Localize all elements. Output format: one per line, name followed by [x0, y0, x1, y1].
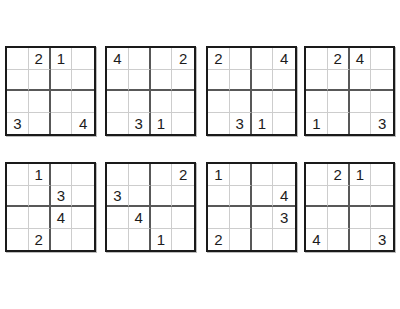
empty-cell[interactable]: [230, 207, 252, 229]
empty-cell[interactable]: [151, 48, 173, 70]
empty-cell[interactable]: [273, 70, 295, 92]
given-digit: 1: [312, 115, 320, 130]
empty-cell[interactable]: [230, 48, 252, 70]
given-digit: 3: [378, 115, 386, 130]
given-cell[interactable]: 1: [208, 164, 230, 186]
empty-cell[interactable]: [151, 164, 173, 186]
empty-cell[interactable]: [29, 186, 51, 208]
empty-cell[interactable]: [230, 164, 252, 186]
empty-cell[interactable]: [350, 113, 372, 135]
empty-cell[interactable]: [129, 229, 151, 251]
sudoku-board-7: 1432: [206, 162, 297, 252]
given-digit: 2: [214, 231, 222, 246]
empty-cell[interactable]: [51, 70, 73, 92]
empty-cell[interactable]: [252, 207, 274, 229]
given-digit: 4: [113, 50, 121, 65]
given-cell[interactable]: 1: [151, 229, 173, 251]
given-digit: 4: [280, 50, 288, 65]
empty-cell[interactable]: [151, 70, 173, 92]
empty-cell[interactable]: [72, 207, 94, 229]
empty-cell[interactable]: [72, 164, 94, 186]
given-digit: 1: [157, 231, 165, 246]
given-cell[interactable]: 2: [29, 48, 51, 70]
given-digit: 4: [57, 209, 65, 224]
empty-cell[interactable]: [306, 48, 328, 70]
empty-cell[interactable]: [51, 164, 73, 186]
given-cell[interactable]: 3: [371, 113, 393, 135]
empty-cell[interactable]: [306, 70, 328, 92]
empty-cell[interactable]: [273, 91, 295, 113]
given-digit: 1: [34, 166, 42, 181]
given-cell[interactable]: 4: [72, 113, 94, 135]
given-cell[interactable]: 3: [129, 113, 151, 135]
given-cell[interactable]: 4: [273, 48, 295, 70]
sudoku-board-4: 2413: [304, 46, 395, 136]
empty-cell[interactable]: [107, 229, 129, 251]
empty-cell[interactable]: [129, 48, 151, 70]
given-digit: 3: [113, 187, 121, 202]
given-digit: 4: [134, 209, 142, 224]
empty-cell[interactable]: [107, 164, 129, 186]
given-cell[interactable]: 4: [350, 48, 372, 70]
empty-cell[interactable]: [328, 113, 350, 135]
given-digit: 2: [34, 50, 42, 65]
empty-cell[interactable]: [129, 91, 151, 113]
empty-cell[interactable]: [350, 91, 372, 113]
empty-cell[interactable]: [252, 70, 274, 92]
empty-cell[interactable]: [306, 91, 328, 113]
given-digit: 1: [157, 115, 165, 130]
sudoku-board-1: 2134: [5, 46, 96, 136]
empty-cell[interactable]: [208, 70, 230, 92]
empty-cell[interactable]: [208, 207, 230, 229]
given-cell[interactable]: 2: [208, 48, 230, 70]
empty-cell[interactable]: [328, 91, 350, 113]
given-digit: 1: [356, 166, 364, 181]
empty-cell[interactable]: [252, 48, 274, 70]
empty-cell[interactable]: [252, 164, 274, 186]
empty-cell[interactable]: [172, 70, 194, 92]
empty-cell[interactable]: [273, 229, 295, 251]
empty-cell[interactable]: [29, 91, 51, 113]
given-digit: 4: [312, 231, 320, 246]
given-digit: 1: [214, 166, 222, 181]
given-cell[interactable]: 1: [29, 164, 51, 186]
empty-cell[interactable]: [7, 164, 29, 186]
empty-cell[interactable]: [72, 186, 94, 208]
empty-cell[interactable]: [51, 113, 73, 135]
empty-cell[interactable]: [129, 164, 151, 186]
given-cell[interactable]: 2: [208, 229, 230, 251]
empty-cell[interactable]: [7, 91, 29, 113]
empty-cell[interactable]: [72, 91, 94, 113]
empty-cell[interactable]: [306, 164, 328, 186]
empty-cell[interactable]: [306, 186, 328, 208]
given-cell[interactable]: 4: [273, 186, 295, 208]
empty-cell[interactable]: [328, 70, 350, 92]
empty-cell[interactable]: [230, 91, 252, 113]
given-cell[interactable]: 4: [306, 229, 328, 251]
empty-cell[interactable]: [51, 91, 73, 113]
empty-cell[interactable]: [350, 70, 372, 92]
sudoku-board-8: 2143: [304, 162, 395, 252]
empty-cell[interactable]: [252, 229, 274, 251]
given-cell[interactable]: 1: [350, 164, 372, 186]
empty-cell[interactable]: [51, 229, 73, 251]
empty-cell[interactable]: [252, 186, 274, 208]
given-digit: 3: [280, 209, 288, 224]
given-digit: 2: [214, 50, 222, 65]
empty-cell[interactable]: [129, 70, 151, 92]
given-digit: 2: [179, 50, 187, 65]
empty-cell[interactable]: [371, 207, 393, 229]
empty-cell[interactable]: [350, 229, 372, 251]
empty-cell[interactable]: [72, 229, 94, 251]
empty-cell[interactable]: [107, 70, 129, 92]
given-digit: 3: [57, 187, 65, 202]
empty-cell[interactable]: [29, 70, 51, 92]
empty-cell[interactable]: [252, 91, 274, 113]
given-cell[interactable]: 3: [230, 113, 252, 135]
given-digit: 3: [134, 115, 142, 130]
empty-cell[interactable]: [172, 186, 194, 208]
empty-cell[interactable]: [107, 91, 129, 113]
given-cell[interactable]: 1: [306, 113, 328, 135]
empty-cell[interactable]: [230, 70, 252, 92]
empty-cell[interactable]: [371, 91, 393, 113]
given-digit: 4: [79, 115, 87, 130]
empty-cell[interactable]: [7, 207, 29, 229]
given-digit: 3: [378, 231, 386, 246]
empty-cell[interactable]: [230, 229, 252, 251]
sudoku-worksheet: 2134 4231 2431 2413 1342 2341 1432 2143: [0, 0, 400, 309]
empty-cell[interactable]: [371, 70, 393, 92]
sudoku-board-5: 1342: [5, 162, 96, 252]
empty-cell[interactable]: [328, 186, 350, 208]
given-cell[interactable]: 2: [172, 164, 194, 186]
empty-cell[interactable]: [172, 229, 194, 251]
empty-cell[interactable]: [371, 186, 393, 208]
empty-cell[interactable]: [350, 186, 372, 208]
given-cell[interactable]: 2: [29, 229, 51, 251]
given-cell[interactable]: 4: [129, 207, 151, 229]
given-cell[interactable]: 2: [172, 48, 194, 70]
empty-cell[interactable]: [7, 70, 29, 92]
given-cell[interactable]: 1: [252, 113, 274, 135]
given-cell[interactable]: 3: [107, 186, 129, 208]
empty-cell[interactable]: [29, 207, 51, 229]
empty-cell[interactable]: [328, 207, 350, 229]
empty-cell[interactable]: [208, 113, 230, 135]
given-cell[interactable]: 1: [151, 113, 173, 135]
given-digit: 2: [34, 231, 42, 246]
given-digit: 4: [356, 50, 364, 65]
empty-cell[interactable]: [208, 91, 230, 113]
given-cell[interactable]: 2: [328, 48, 350, 70]
empty-cell[interactable]: [72, 48, 94, 70]
empty-cell[interactable]: [29, 113, 51, 135]
given-digit: 2: [333, 166, 341, 181]
empty-cell[interactable]: [172, 207, 194, 229]
empty-cell[interactable]: [107, 207, 129, 229]
given-cell[interactable]: 4: [107, 48, 129, 70]
empty-cell[interactable]: [72, 70, 94, 92]
empty-cell[interactable]: [129, 186, 151, 208]
given-digit: 3: [13, 115, 21, 130]
given-digit: 1: [57, 50, 65, 65]
given-digit: 4: [280, 187, 288, 202]
empty-cell[interactable]: [273, 164, 295, 186]
given-digit: 1: [258, 115, 266, 130]
empty-cell[interactable]: [328, 229, 350, 251]
given-digit: 2: [333, 50, 341, 65]
empty-cell[interactable]: [151, 207, 173, 229]
given-cell[interactable]: 3: [273, 207, 295, 229]
sudoku-board-2: 4231: [105, 46, 196, 136]
given-digit: 3: [235, 115, 243, 130]
empty-cell[interactable]: [151, 186, 173, 208]
given-cell[interactable]: 2: [328, 164, 350, 186]
empty-cell[interactable]: [7, 48, 29, 70]
empty-cell[interactable]: [273, 113, 295, 135]
given-cell[interactable]: 3: [371, 229, 393, 251]
given-digit: 2: [179, 166, 187, 181]
empty-cell[interactable]: [107, 113, 129, 135]
given-cell[interactable]: 3: [7, 113, 29, 135]
empty-cell[interactable]: [371, 48, 393, 70]
empty-cell[interactable]: [151, 91, 173, 113]
sudoku-board-6: 2341: [105, 162, 196, 252]
given-cell[interactable]: 3: [51, 186, 73, 208]
given-cell[interactable]: 1: [51, 48, 73, 70]
sudoku-board-3: 2431: [206, 46, 297, 136]
empty-cell[interactable]: [371, 164, 393, 186]
empty-cell[interactable]: [172, 113, 194, 135]
empty-cell[interactable]: [7, 186, 29, 208]
empty-cell[interactable]: [306, 207, 328, 229]
empty-cell[interactable]: [172, 91, 194, 113]
given-cell[interactable]: 4: [51, 207, 73, 229]
empty-cell[interactable]: [208, 186, 230, 208]
empty-cell[interactable]: [7, 229, 29, 251]
empty-cell[interactable]: [350, 207, 372, 229]
empty-cell[interactable]: [230, 186, 252, 208]
